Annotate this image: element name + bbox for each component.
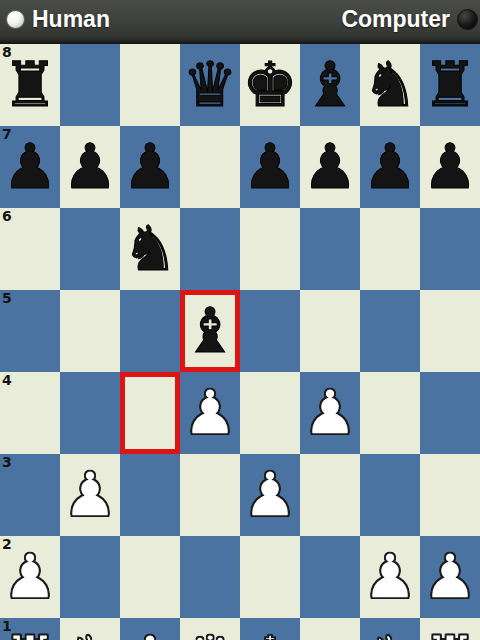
square-c7[interactable]: ♟ [120, 126, 180, 208]
white-pawn-g2: ♟ [360, 536, 420, 618]
square-a8[interactable]: 8♜ [0, 44, 60, 126]
square-h8[interactable]: ♜ [420, 44, 480, 126]
square-d5[interactable]: ♝ [180, 290, 240, 372]
square-f4[interactable]: ♟ [300, 372, 360, 454]
rank-label-7: 7 [2, 126, 12, 142]
black-knight-g8: ♞ [360, 44, 420, 126]
white-queen-d1: ♛ [180, 618, 240, 640]
black-pawn-b7: ♟ [60, 126, 120, 208]
square-c2[interactable] [120, 536, 180, 618]
white-bishop-c1: ♝ [120, 618, 180, 640]
square-b7[interactable]: ♟ [60, 126, 120, 208]
black-pawn-g7: ♟ [360, 126, 420, 208]
square-c3[interactable] [120, 454, 180, 536]
square-a7[interactable]: 7♟ [0, 126, 60, 208]
black-bishop-d5: ♝ [180, 290, 240, 372]
square-e6[interactable] [240, 208, 300, 290]
square-g5[interactable] [360, 290, 420, 372]
square-g8[interactable]: ♞ [360, 44, 420, 126]
square-f1[interactable] [300, 618, 360, 640]
status-bar: Human Computer [0, 0, 480, 44]
square-f3[interactable] [300, 454, 360, 536]
square-f5[interactable] [300, 290, 360, 372]
square-d8[interactable]: ♛ [180, 44, 240, 126]
square-c1[interactable]: ♝ [120, 618, 180, 640]
square-d6[interactable] [180, 208, 240, 290]
black-knight-c6: ♞ [120, 208, 180, 290]
black-pawn-f7: ♟ [300, 126, 360, 208]
black-side-ball-icon [457, 9, 478, 30]
square-e5[interactable] [240, 290, 300, 372]
square-d2[interactable] [180, 536, 240, 618]
square-f7[interactable]: ♟ [300, 126, 360, 208]
square-g7[interactable]: ♟ [360, 126, 420, 208]
square-h6[interactable] [420, 208, 480, 290]
square-c4[interactable] [120, 372, 180, 454]
white-knight-b1: ♞ [60, 618, 120, 640]
square-g3[interactable] [360, 454, 420, 536]
square-g4[interactable] [360, 372, 420, 454]
square-f2[interactable] [300, 536, 360, 618]
white-rook-h1: ♜ [420, 618, 480, 640]
square-g2[interactable]: ♟ [360, 536, 420, 618]
square-d3[interactable] [180, 454, 240, 536]
square-f8[interactable]: ♝ [300, 44, 360, 126]
black-pawn-e7: ♟ [240, 126, 300, 208]
computer-player-label: Computer [341, 6, 450, 33]
square-h5[interactable] [420, 290, 480, 372]
square-d1[interactable]: ♛ [180, 618, 240, 640]
white-pawn-d4: ♟ [180, 372, 240, 454]
rank-label-5: 5 [2, 290, 12, 306]
square-b3[interactable]: ♟ [60, 454, 120, 536]
square-g6[interactable] [360, 208, 420, 290]
black-queen-d8: ♛ [180, 44, 240, 126]
square-b8[interactable] [60, 44, 120, 126]
square-h3[interactable] [420, 454, 480, 536]
white-rook-a1: ♜ [0, 618, 60, 640]
chess-board: 8♜♛♚♝♞♜7♟♟♟♟♟♟♟6♞5♝4♟♟3♟♟2♟♟♟1♜♞♝♛♚♞♜ [0, 44, 480, 640]
square-b4[interactable] [60, 372, 120, 454]
white-knight-g1: ♞ [360, 618, 420, 640]
rank-label-4: 4 [2, 372, 12, 388]
square-h7[interactable]: ♟ [420, 126, 480, 208]
square-h2[interactable]: ♟ [420, 536, 480, 618]
square-a3[interactable]: 3 [0, 454, 60, 536]
white-pawn-h2: ♟ [420, 536, 480, 618]
black-rook-a8: ♜ [0, 44, 60, 126]
square-c8[interactable] [120, 44, 180, 126]
square-b5[interactable] [60, 290, 120, 372]
black-bishop-f8: ♝ [300, 44, 360, 126]
square-f6[interactable] [300, 208, 360, 290]
square-a4[interactable]: 4 [0, 372, 60, 454]
square-c6[interactable]: ♞ [120, 208, 180, 290]
square-e7[interactable]: ♟ [240, 126, 300, 208]
rank-label-2: 2 [2, 536, 12, 552]
rank-label-6: 6 [2, 208, 12, 224]
square-d4[interactable]: ♟ [180, 372, 240, 454]
square-a2[interactable]: 2♟ [0, 536, 60, 618]
black-rook-h8: ♜ [420, 44, 480, 126]
square-b6[interactable] [60, 208, 120, 290]
human-player-label: Human [32, 6, 110, 33]
square-e3[interactable]: ♟ [240, 454, 300, 536]
square-g1[interactable]: ♞ [360, 618, 420, 640]
human-player: Human [6, 6, 110, 33]
rank-label-1: 1 [2, 618, 12, 634]
square-b2[interactable] [60, 536, 120, 618]
white-pawn-e3: ♟ [240, 454, 300, 536]
square-e1[interactable]: ♚ [240, 618, 300, 640]
black-pawn-c7: ♟ [120, 126, 180, 208]
black-pawn-a7: ♟ [0, 126, 60, 208]
rank-label-3: 3 [2, 454, 12, 470]
computer-player: Computer [341, 6, 476, 33]
white-pawn-a2: ♟ [0, 536, 60, 618]
black-pawn-h7: ♟ [420, 126, 480, 208]
square-e4[interactable] [240, 372, 300, 454]
rank-label-8: 8 [2, 44, 12, 60]
square-h4[interactable] [420, 372, 480, 454]
black-king-e8: ♚ [240, 44, 300, 126]
square-c5[interactable] [120, 290, 180, 372]
square-a6[interactable]: 6 [0, 208, 60, 290]
square-d7[interactable] [180, 126, 240, 208]
square-b1[interactable]: ♞ [60, 618, 120, 640]
square-e8[interactable]: ♚ [240, 44, 300, 126]
square-h1[interactable]: ♜ [420, 618, 480, 640]
square-a1[interactable]: 1♜ [0, 618, 60, 640]
white-king-e1: ♚ [240, 618, 300, 640]
white-pawn-f4: ♟ [300, 372, 360, 454]
white-side-ball-icon [6, 10, 25, 29]
square-a5[interactable]: 5 [0, 290, 60, 372]
white-pawn-b3: ♟ [60, 454, 120, 536]
square-e2[interactable] [240, 536, 300, 618]
